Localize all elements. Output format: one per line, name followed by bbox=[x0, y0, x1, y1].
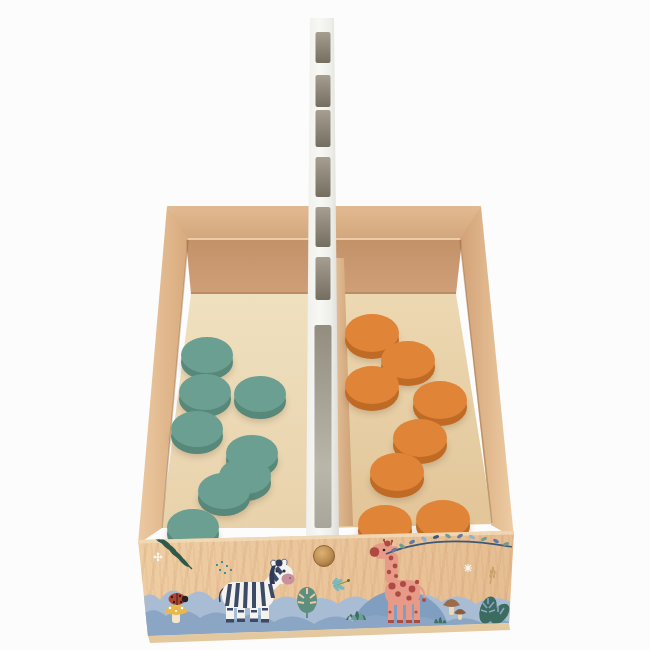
divider-slot bbox=[315, 75, 330, 107]
game-disc-green[interactable] bbox=[234, 376, 286, 412]
divider-slot bbox=[315, 157, 330, 197]
white-flower-icon bbox=[154, 553, 163, 562]
game-disc-orange[interactable] bbox=[413, 381, 467, 419]
teal-dots bbox=[216, 561, 232, 574]
divider-slot bbox=[315, 110, 330, 147]
wheat-sprig-icon bbox=[490, 567, 496, 584]
scene bbox=[0, 0, 650, 650]
divider-channel bbox=[314, 325, 331, 528]
divider-slot bbox=[315, 207, 330, 247]
game-disc-green[interactable] bbox=[179, 374, 231, 410]
game-disc-green[interactable] bbox=[171, 411, 223, 447]
game-disc-green[interactable] bbox=[198, 473, 250, 509]
game-disc-orange[interactable] bbox=[370, 453, 424, 491]
dragonfly-icon bbox=[331, 577, 350, 592]
divider-slot bbox=[315, 257, 330, 300]
snowflake-flower-icon bbox=[464, 564, 472, 572]
game-disc-orange[interactable] bbox=[345, 366, 399, 404]
divider-strip bbox=[306, 18, 339, 540]
wooden-button[interactable] bbox=[314, 546, 335, 567]
game-disc-orange[interactable] bbox=[393, 419, 447, 457]
game-disc-green[interactable] bbox=[181, 337, 233, 373]
divider-slot bbox=[315, 32, 330, 63]
